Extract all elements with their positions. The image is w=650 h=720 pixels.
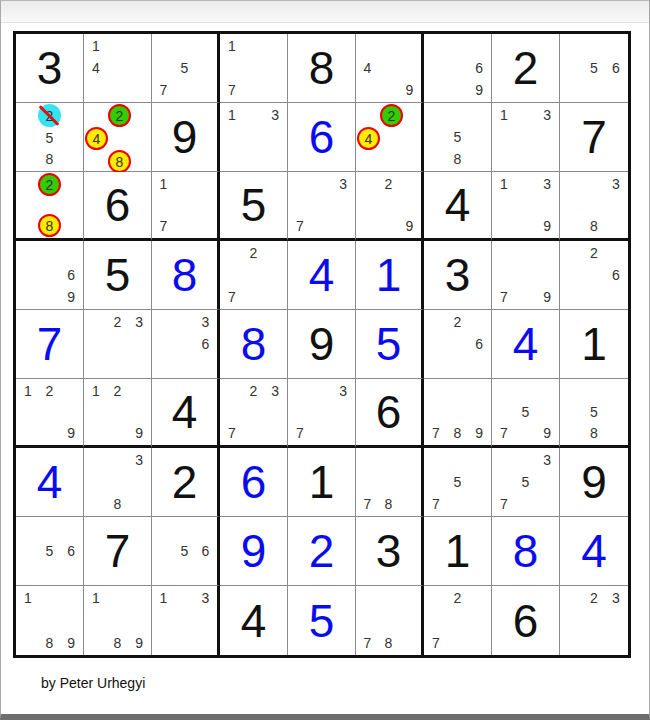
candidate-pos: 3 bbox=[195, 311, 216, 333]
candidate-grid: 36 bbox=[153, 311, 216, 377]
cell-r4c1[interactable]: 69 bbox=[16, 241, 84, 310]
candidate-pos: 8 bbox=[583, 216, 605, 237]
cell-value: 4 bbox=[560, 517, 628, 585]
candidate-pos: 3 bbox=[332, 173, 354, 194]
candidate-pos: 8 bbox=[108, 150, 131, 173]
cell-value: 6 bbox=[84, 172, 151, 238]
cell-r8c1[interactable]: 56 bbox=[16, 517, 84, 586]
candidate-7: 7 bbox=[289, 216, 310, 237]
cell-r4c7[interactable]: 3 bbox=[424, 241, 492, 310]
author-caption: by Peter Urhegyi bbox=[41, 675, 145, 691]
candidate-2: 2 bbox=[378, 173, 399, 194]
candidate-pos: 4 bbox=[357, 127, 380, 150]
candidate-grid: 26 bbox=[561, 242, 627, 308]
candidate-6: 6 bbox=[606, 58, 627, 79]
cell-r9c8[interactable]: 6 bbox=[492, 586, 560, 655]
cell-value: 8 bbox=[288, 34, 355, 102]
candidate-pos: 3 bbox=[128, 449, 150, 471]
candidate-pos: 2 bbox=[243, 380, 265, 401]
candidate-grid: 27 bbox=[221, 242, 286, 308]
candidate-pos: 7 bbox=[425, 423, 447, 444]
candidate-grid: 79 bbox=[493, 242, 558, 308]
cell-r7c9[interactable]: 9 bbox=[560, 448, 628, 517]
cell-r5c3[interactable]: 36 bbox=[152, 310, 220, 379]
cell-r5c8[interactable]: 4 bbox=[492, 310, 560, 379]
candidate-pos: 6 bbox=[605, 264, 627, 286]
cell-r2c5[interactable]: 6 bbox=[288, 103, 356, 172]
candidate-pos: 1 bbox=[85, 587, 107, 609]
cell-r8c2[interactable]: 7 bbox=[84, 517, 152, 586]
candidate-pos: 9 bbox=[468, 79, 490, 101]
cell-r7c3[interactable]: 2 bbox=[152, 448, 220, 517]
candidate-pos: 8 bbox=[447, 148, 469, 170]
candidate-pos: 7 bbox=[493, 423, 515, 444]
candidate-1: 1 bbox=[85, 36, 106, 57]
cell-r9c4[interactable]: 4 bbox=[220, 586, 288, 655]
cell-r8c6[interactable]: 3 bbox=[356, 517, 424, 586]
candidate-4-highlight-yellow: 4 bbox=[85, 127, 108, 150]
candidate-grid: 24 bbox=[357, 104, 420, 170]
candidate-1: 1 bbox=[221, 105, 242, 126]
cell-r7c1[interactable]: 4 bbox=[16, 448, 84, 517]
candidate-grid: 29 bbox=[357, 173, 420, 237]
candidate-6: 6 bbox=[195, 334, 216, 355]
cell-r8c4[interactable]: 9 bbox=[220, 517, 288, 586]
cell-r3c7[interactable]: 4 bbox=[424, 172, 492, 241]
cell-r9c3[interactable]: 13 bbox=[152, 586, 220, 655]
cell-r3c1[interactable]: 28 bbox=[16, 172, 84, 241]
cell-r8c7[interactable]: 1 bbox=[424, 517, 492, 586]
candidate-pos: 8 bbox=[378, 632, 399, 654]
cell-r5c5[interactable]: 9 bbox=[288, 310, 356, 379]
cell-r7c2[interactable]: 38 bbox=[84, 448, 152, 517]
candidate-3: 3 bbox=[265, 380, 286, 401]
candidate-grid: 78 bbox=[357, 587, 420, 654]
cell-value: 2 bbox=[492, 34, 559, 102]
candidate-grid: 14 bbox=[85, 35, 150, 101]
cell-r2c8[interactable]: 13 bbox=[492, 103, 560, 172]
candidate-1: 1 bbox=[153, 173, 174, 194]
candidate-pos: 2 bbox=[107, 380, 129, 401]
candidate-8: 8 bbox=[39, 632, 60, 653]
cell-r4c4[interactable]: 27 bbox=[220, 241, 288, 310]
cell-value: 8 bbox=[152, 241, 217, 309]
candidate-3: 3 bbox=[537, 173, 558, 194]
candidate-6: 6 bbox=[195, 541, 216, 562]
cell-r9c5[interactable]: 5 bbox=[288, 586, 356, 655]
candidate-8: 8 bbox=[447, 423, 468, 444]
candidate-1: 1 bbox=[17, 588, 38, 609]
cell-r2c9[interactable]: 7 bbox=[560, 103, 628, 172]
cell-r2c6[interactable]: 24 bbox=[356, 103, 424, 172]
candidate-pos: 3 bbox=[128, 311, 150, 333]
candidate-9: 9 bbox=[537, 287, 558, 308]
cell-r2c7[interactable]: 58 bbox=[424, 103, 492, 172]
cell-r6c9[interactable]: 58 bbox=[560, 379, 628, 448]
candidate-pos: 4 bbox=[357, 57, 378, 79]
cell-value: 4 bbox=[152, 379, 217, 445]
cell-r6c6[interactable]: 6 bbox=[356, 379, 424, 448]
candidate-pos: 9 bbox=[399, 79, 420, 101]
candidate-2: 2 bbox=[584, 588, 605, 609]
candidate-3: 3 bbox=[333, 173, 354, 194]
candidate-pos: 2 bbox=[583, 587, 605, 609]
candidate-grid: 56 bbox=[17, 518, 82, 584]
candidate-pos: 3 bbox=[605, 587, 627, 609]
cell-r2c3[interactable]: 9 bbox=[152, 103, 220, 172]
cell-r1c6[interactable]: 49 bbox=[356, 34, 424, 103]
cell-r2c1[interactable]: 258 bbox=[16, 103, 84, 172]
cell-r8c8[interactable]: 8 bbox=[492, 517, 560, 586]
candidate-pos: 9 bbox=[536, 216, 558, 237]
candidate-5: 5 bbox=[39, 541, 60, 562]
cell-r5c7[interactable]: 26 bbox=[424, 310, 492, 379]
candidate-7: 7 bbox=[221, 80, 242, 101]
candidate-pos: 7 bbox=[221, 79, 243, 101]
candidate-pos: 7 bbox=[153, 79, 174, 101]
cell-r1c8[interactable]: 2 bbox=[492, 34, 560, 103]
candidate-pos: 2 bbox=[583, 242, 605, 264]
candidate-9: 9 bbox=[469, 423, 490, 444]
candidate-3: 3 bbox=[606, 588, 627, 609]
candidate-6: 6 bbox=[61, 265, 82, 286]
candidate-8-highlight-yellow: 8 bbox=[38, 214, 61, 237]
cell-value: 3 bbox=[356, 517, 421, 585]
cell-r4c6[interactable]: 1 bbox=[356, 241, 424, 310]
candidate-pos: 9 bbox=[60, 286, 82, 308]
cell-r5c6[interactable]: 5 bbox=[356, 310, 424, 379]
candidate-pos: 5 bbox=[38, 127, 61, 149]
cell-r4c2[interactable]: 5 bbox=[84, 241, 152, 310]
candidate-2: 2 bbox=[243, 380, 264, 401]
cell-r7c4[interactable]: 6 bbox=[220, 448, 288, 517]
cell-r5c1[interactable]: 7 bbox=[16, 310, 84, 379]
candidate-pos: 5 bbox=[39, 540, 61, 562]
cell-r8c9[interactable]: 4 bbox=[560, 517, 628, 586]
candidate-pos: 3 bbox=[605, 173, 627, 194]
candidate-3: 3 bbox=[537, 450, 558, 471]
candidate-grid: 17 bbox=[221, 35, 286, 101]
candidate-grid: 579 bbox=[493, 380, 558, 444]
candidate-5: 5 bbox=[447, 472, 468, 493]
candidate-5: 5 bbox=[447, 127, 468, 148]
cell-value: 4 bbox=[288, 241, 355, 309]
candidate-pos: 6 bbox=[195, 333, 216, 355]
cell-r9c1[interactable]: 189 bbox=[16, 586, 84, 655]
cell-value: 5 bbox=[84, 241, 151, 309]
cell-r6c4[interactable]: 237 bbox=[220, 379, 288, 448]
cell-value: 9 bbox=[220, 517, 287, 585]
candidate-pos: 5 bbox=[447, 471, 469, 493]
cell-r9c6[interactable]: 78 bbox=[356, 586, 424, 655]
candidate-pos: 5 bbox=[515, 401, 537, 422]
cell-value: 3 bbox=[424, 241, 491, 309]
candidate-pos: 9 bbox=[128, 423, 150, 444]
cell-value: 2 bbox=[152, 448, 217, 516]
candidate-grid: 37 bbox=[289, 380, 354, 444]
cell-r1c9[interactable]: 56 bbox=[560, 34, 628, 103]
candidate-9: 9 bbox=[61, 287, 82, 308]
cell-value: 7 bbox=[16, 310, 83, 378]
cell-r5c4[interactable]: 8 bbox=[220, 310, 288, 379]
app-window: 3145717849692562582489136245813728617537… bbox=[0, 0, 650, 720]
candidate-4: 4 bbox=[357, 58, 378, 79]
candidate-9: 9 bbox=[537, 423, 558, 444]
candidate-pos: 8 bbox=[39, 632, 61, 654]
candidate-pos: 5 bbox=[447, 126, 469, 148]
cell-r8c3[interactable]: 56 bbox=[152, 517, 220, 586]
candidate-pos: 2 bbox=[243, 242, 265, 264]
cell-r6c8[interactable]: 579 bbox=[492, 379, 560, 448]
candidate-9: 9 bbox=[399, 80, 420, 101]
candidate-grid: 56 bbox=[561, 35, 627, 101]
candidate-8: 8 bbox=[447, 149, 468, 170]
candidate-grid: 258 bbox=[17, 104, 82, 170]
candidate-grid: 189 bbox=[17, 587, 82, 654]
candidate-pos: 7 bbox=[425, 493, 447, 515]
candidate-7: 7 bbox=[493, 423, 514, 444]
candidate-grid: 139 bbox=[493, 173, 558, 237]
candidate-3: 3 bbox=[537, 105, 558, 126]
cell-r1c4[interactable]: 17 bbox=[220, 34, 288, 103]
candidate-3: 3 bbox=[195, 588, 216, 609]
candidate-pos: 9 bbox=[60, 423, 82, 444]
cell-value: 6 bbox=[220, 448, 287, 516]
candidate-pos: 3 bbox=[332, 380, 354, 401]
candidate-6: 6 bbox=[61, 541, 82, 562]
candidate-pos: 2 bbox=[108, 104, 131, 127]
candidate-grid: 357 bbox=[493, 449, 558, 515]
candidate-pos: 7 bbox=[289, 423, 311, 444]
candidate-2: 2 bbox=[447, 588, 468, 609]
candidate-grid: 789 bbox=[425, 380, 490, 444]
candidate-3: 3 bbox=[333, 380, 354, 401]
cell-r6c3[interactable]: 4 bbox=[152, 379, 220, 448]
cell-r3c5[interactable]: 37 bbox=[288, 172, 356, 241]
candidate-2: 2 bbox=[584, 243, 605, 264]
candidate-grid: 129 bbox=[17, 380, 82, 444]
candidate-9: 9 bbox=[61, 632, 82, 653]
cell-value: 3 bbox=[16, 34, 83, 102]
candidate-grid: 26 bbox=[425, 311, 490, 377]
cell-value: 8 bbox=[220, 310, 287, 378]
candidate-pos: 7 bbox=[289, 216, 311, 237]
candidate-grid: 57 bbox=[425, 449, 490, 515]
candidate-8: 8 bbox=[107, 632, 128, 653]
cell-value: 7 bbox=[84, 517, 151, 585]
cell-value: 1 bbox=[356, 241, 421, 309]
candidate-5: 5 bbox=[584, 401, 605, 422]
cell-r4c9[interactable]: 26 bbox=[560, 241, 628, 310]
candidate-8: 8 bbox=[378, 494, 399, 515]
cell-r5c9[interactable]: 1 bbox=[560, 310, 628, 379]
candidate-pos: 2 bbox=[39, 380, 61, 401]
candidate-pos: 7 bbox=[153, 216, 174, 237]
candidate-4: 4 bbox=[85, 58, 106, 79]
candidate-2-highlight-green: 2 bbox=[108, 104, 131, 127]
candidate-9: 9 bbox=[469, 80, 490, 101]
candidate-pos: 9 bbox=[536, 423, 558, 444]
candidate-pos: 2 bbox=[447, 311, 469, 333]
candidate-pos: 6 bbox=[468, 57, 490, 79]
candidate-pos: 2 bbox=[378, 173, 399, 194]
candidate-grid: 57 bbox=[153, 35, 216, 101]
cell-r1c2[interactable]: 14 bbox=[84, 34, 152, 103]
candidate-pos: 1 bbox=[493, 104, 515, 126]
candidate-2: 2 bbox=[107, 380, 128, 401]
candidate-7: 7 bbox=[493, 287, 514, 308]
candidate-pos: 3 bbox=[264, 380, 286, 401]
candidate-2: 2 bbox=[107, 312, 128, 333]
candidate-pos: 3 bbox=[536, 449, 558, 471]
candidate-pos: 8 bbox=[38, 214, 61, 237]
candidate-1: 1 bbox=[221, 36, 242, 57]
cell-r5c2[interactable]: 23 bbox=[84, 310, 152, 379]
cell-r3c9[interactable]: 38 bbox=[560, 172, 628, 241]
cell-value: 4 bbox=[424, 172, 491, 238]
sudoku-board: 3145717849692562582489136245813728617537… bbox=[13, 31, 631, 658]
cell-r1c3[interactable]: 57 bbox=[152, 34, 220, 103]
candidate-pos: 5 bbox=[583, 401, 605, 422]
candidate-8: 8 bbox=[378, 632, 399, 653]
candidate-grid: 38 bbox=[85, 449, 150, 515]
candidate-pos: 3 bbox=[264, 104, 286, 126]
cell-value: 4 bbox=[492, 310, 559, 378]
candidate-pos: 8 bbox=[107, 632, 129, 654]
candidate-2-highlight-green: 2 bbox=[38, 173, 61, 196]
cell-r1c7[interactable]: 69 bbox=[424, 34, 492, 103]
cell-r2c4[interactable]: 13 bbox=[220, 103, 288, 172]
candidate-pos: 1 bbox=[221, 104, 243, 126]
cell-r3c8[interactable]: 139 bbox=[492, 172, 560, 241]
cell-value: 5 bbox=[356, 310, 421, 378]
cell-r1c5[interactable]: 8 bbox=[288, 34, 356, 103]
candidate-1: 1 bbox=[493, 105, 514, 126]
candidate-grid: 17 bbox=[153, 173, 216, 237]
cell-value: 2 bbox=[288, 517, 355, 585]
candidate-pos: 9 bbox=[468, 423, 490, 444]
candidate-pos: 7 bbox=[221, 423, 243, 444]
candidate-grid: 27 bbox=[425, 587, 490, 654]
cell-r9c9[interactable]: 23 bbox=[560, 586, 628, 655]
cell-r2c2[interactable]: 248 bbox=[84, 103, 152, 172]
cell-value: 7 bbox=[560, 103, 628, 171]
candidate-7: 7 bbox=[425, 494, 446, 515]
candidate-pos: 1 bbox=[85, 35, 107, 57]
candidate-pos: 9 bbox=[60, 632, 82, 654]
candidate-5: 5 bbox=[174, 58, 195, 79]
candidate-9: 9 bbox=[129, 632, 150, 653]
cell-r7c6[interactable]: 78 bbox=[356, 448, 424, 517]
candidate-pos: 2 bbox=[380, 104, 403, 127]
cell-r3c4[interactable]: 5 bbox=[220, 172, 288, 241]
candidate-1: 1 bbox=[153, 588, 174, 609]
candidate-grid: 13 bbox=[493, 104, 558, 170]
candidate-8: 8 bbox=[584, 216, 605, 237]
candidate-3: 3 bbox=[265, 105, 286, 126]
cell-r9c7[interactable]: 27 bbox=[424, 586, 492, 655]
candidate-5: 5 bbox=[515, 472, 536, 493]
candidate-grid: 58 bbox=[425, 104, 490, 170]
candidate-6: 6 bbox=[606, 265, 627, 286]
cell-value: 9 bbox=[560, 448, 628, 516]
candidate-3: 3 bbox=[606, 173, 627, 194]
candidate-8: 8 bbox=[584, 423, 605, 444]
candidate-pos: 5 bbox=[583, 57, 605, 79]
candidate-7: 7 bbox=[221, 287, 242, 308]
candidate-7: 7 bbox=[493, 494, 514, 515]
cell-value: 5 bbox=[288, 586, 355, 655]
cell-r7c7[interactable]: 57 bbox=[424, 448, 492, 517]
cell-r3c3[interactable]: 17 bbox=[152, 172, 220, 241]
cell-value: 4 bbox=[16, 448, 83, 516]
cell-r9c2[interactable]: 189 bbox=[84, 586, 152, 655]
candidate-7: 7 bbox=[425, 423, 446, 444]
candidate-3: 3 bbox=[129, 450, 150, 471]
candidate-4-highlight-yellow: 4 bbox=[357, 127, 380, 150]
cell-r6c7[interactable]: 789 bbox=[424, 379, 492, 448]
cell-r7c8[interactable]: 357 bbox=[492, 448, 560, 517]
candidate-pos: 2 bbox=[107, 311, 129, 333]
cell-r6c1[interactable]: 129 bbox=[16, 379, 84, 448]
cell-value: 1 bbox=[288, 448, 355, 516]
cell-r4c8[interactable]: 79 bbox=[492, 241, 560, 310]
cell-r4c3[interactable]: 8 bbox=[152, 241, 220, 310]
candidate-pos: 5 bbox=[174, 540, 195, 562]
cell-r3c6[interactable]: 29 bbox=[356, 172, 424, 241]
candidate-6: 6 bbox=[469, 58, 490, 79]
window-titlebar bbox=[1, 1, 649, 23]
candidate-grid: 28 bbox=[17, 173, 82, 237]
cell-value: 1 bbox=[560, 310, 628, 378]
candidate-grid: 38 bbox=[561, 173, 627, 237]
candidate-pos: 8 bbox=[38, 149, 61, 171]
candidate-grid: 13 bbox=[153, 587, 216, 654]
candidate-pos: 7 bbox=[493, 493, 515, 515]
candidate-pos: 4 bbox=[85, 57, 107, 79]
cell-value: 6 bbox=[492, 586, 559, 655]
candidate-pos: 6 bbox=[60, 540, 82, 562]
cell-value: 8 bbox=[492, 517, 559, 585]
candidate-pos: 1 bbox=[493, 173, 515, 194]
candidate-pos: 9 bbox=[128, 632, 150, 654]
candidate-2-highlight-green: 2 bbox=[380, 104, 403, 127]
cell-r7c5[interactable]: 1 bbox=[288, 448, 356, 517]
candidate-pos: 7 bbox=[493, 286, 515, 308]
candidate-pos: 1 bbox=[85, 380, 107, 401]
cell-value: 4 bbox=[220, 586, 287, 655]
candidate-grid: 248 bbox=[85, 104, 150, 170]
candidate-pos: 9 bbox=[399, 216, 420, 237]
candidate-grid: 69 bbox=[17, 242, 82, 308]
cell-r6c5[interactable]: 37 bbox=[288, 379, 356, 448]
candidate-grid: 23 bbox=[561, 587, 627, 654]
cell-r6c2[interactable]: 129 bbox=[84, 379, 152, 448]
cell-r4c5[interactable]: 4 bbox=[288, 241, 356, 310]
cell-r1c1[interactable]: 3 bbox=[16, 34, 84, 103]
candidate-9: 9 bbox=[129, 423, 150, 444]
candidate-9: 9 bbox=[61, 423, 82, 444]
cell-r8c5[interactable]: 2 bbox=[288, 517, 356, 586]
candidate-grid: 78 bbox=[357, 449, 420, 515]
candidate-5: 5 bbox=[515, 401, 536, 422]
candidate-pos: 8 bbox=[583, 423, 605, 444]
cell-r3c2[interactable]: 6 bbox=[84, 172, 152, 241]
candidate-pos: 7 bbox=[357, 493, 378, 515]
candidate-pos: 2 bbox=[38, 104, 61, 127]
candidate-pos: 3 bbox=[536, 173, 558, 194]
candidate-pos: 2 bbox=[447, 587, 469, 609]
